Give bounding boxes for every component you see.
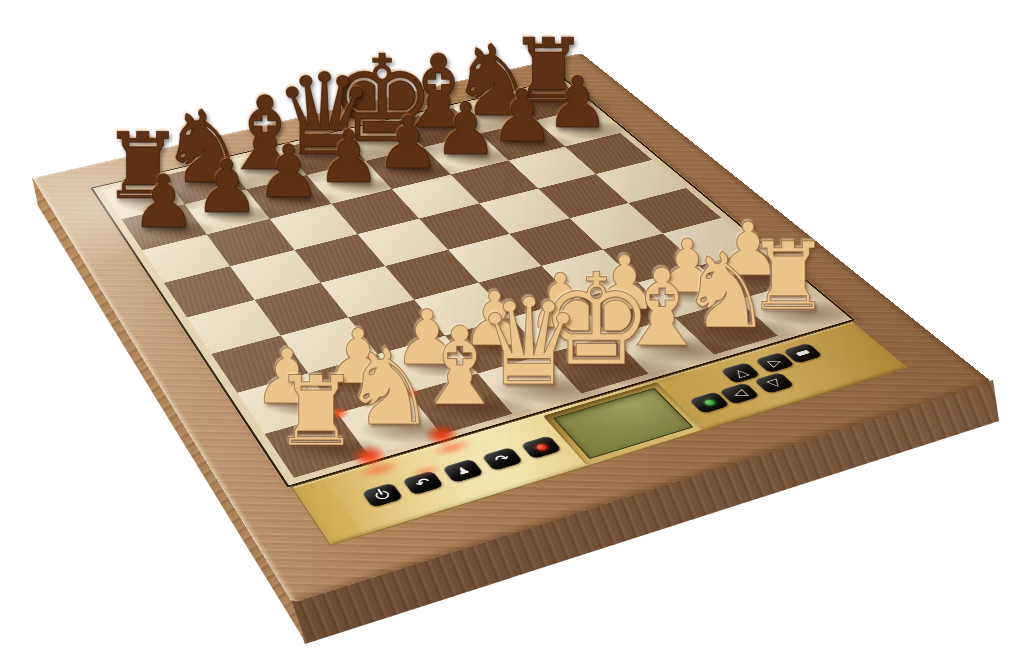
- piece-black-pawn-e7[interactable]: ♟: [376, 107, 441, 179]
- piece-black-pawn-f7[interactable]: ♟: [433, 93, 498, 165]
- pieces-layer: ♜♞♝♛♚♝♞♜♟♟♟♟♟♟♟♟♟♟♟♟♟♟♟♟♜♞♝♛♚♝♞♜: [0, 0, 1024, 665]
- piece-black-pawn-h7[interactable]: ♟: [546, 67, 610, 138]
- chess-computer-photo: ↶♟↷◁△▽▷ ♜♞♝♛♚♝♞♜♟♟♟♟♟♟♟♟♟♟♟♟♟♟♟♟♜♞♝♛♚♝♞♜: [0, 0, 1024, 665]
- piece-black-pawn-d7[interactable]: ♟: [317, 121, 382, 193]
- piece-black-pawn-c7[interactable]: ♟: [256, 135, 321, 208]
- piece-black-pawn-a7[interactable]: ♟: [131, 165, 196, 238]
- piece-black-pawn-g7[interactable]: ♟: [490, 80, 555, 152]
- piece-black-pawn-b7[interactable]: ♟: [194, 150, 259, 223]
- piece-white-rook-a1[interactable]: ♜: [273, 363, 360, 460]
